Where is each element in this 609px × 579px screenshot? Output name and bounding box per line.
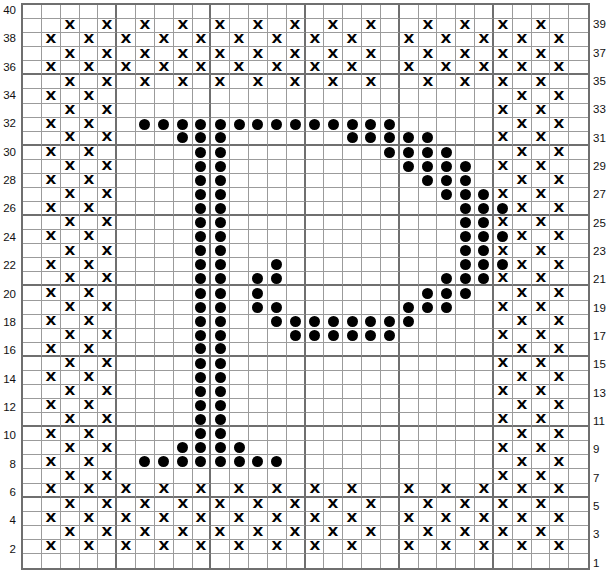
x-stitch-symbol: X bbox=[271, 512, 282, 525]
grid-cell bbox=[61, 455, 80, 469]
grid-cell: X bbox=[61, 301, 80, 315]
grid-cell bbox=[362, 202, 381, 216]
grid-cell bbox=[23, 385, 42, 399]
dot-stitch-symbol bbox=[215, 302, 226, 313]
x-stitch-symbol: X bbox=[101, 160, 112, 173]
grid-cell bbox=[287, 357, 306, 371]
grid-cell bbox=[475, 146, 494, 160]
grid-cell bbox=[174, 399, 193, 413]
dot-stitch-symbol bbox=[195, 161, 206, 172]
x-stitch-symbol: X bbox=[497, 385, 508, 398]
row-label-right: 9 bbox=[591, 442, 609, 456]
grid-cell bbox=[513, 244, 532, 258]
x-stitch-symbol: X bbox=[64, 413, 75, 425]
grid-cell bbox=[155, 498, 174, 512]
grid-cell: X bbox=[550, 484, 569, 498]
grid-cell bbox=[550, 385, 569, 399]
x-stitch-symbol: X bbox=[140, 76, 151, 89]
grid-cell bbox=[362, 33, 381, 47]
dot-stitch-symbol bbox=[422, 147, 433, 158]
grid-cell bbox=[513, 554, 532, 568]
x-stitch-symbol: X bbox=[101, 442, 112, 455]
x-stitch-symbol: X bbox=[554, 61, 565, 73]
grid-cell: X bbox=[475, 540, 494, 554]
grid-cell bbox=[23, 33, 42, 47]
grid-cell bbox=[569, 399, 588, 413]
grid-cell bbox=[23, 469, 42, 483]
grid-cell bbox=[211, 216, 230, 230]
x-stitch-symbol: X bbox=[101, 132, 112, 144]
grid-cell bbox=[419, 258, 438, 272]
grid-cell bbox=[193, 258, 212, 272]
grid-cell bbox=[193, 104, 212, 118]
grid-cell bbox=[249, 427, 268, 441]
grid-cell: X bbox=[550, 315, 569, 329]
grid-cell: X bbox=[550, 230, 569, 244]
grid-cell bbox=[456, 441, 475, 455]
grid-cell bbox=[61, 427, 80, 441]
grid-cell bbox=[98, 315, 117, 329]
x-stitch-symbol: X bbox=[64, 272, 75, 284]
grid-cell bbox=[437, 343, 456, 357]
x-stitch-symbol: X bbox=[516, 315, 527, 328]
x-stitch-symbol: X bbox=[554, 512, 565, 525]
dot-stitch-symbol bbox=[195, 189, 206, 200]
grid-cell bbox=[155, 89, 174, 103]
grid-cell: X bbox=[400, 33, 419, 47]
grid-cell bbox=[381, 33, 400, 47]
grid-cell: X bbox=[513, 427, 532, 441]
grid-cell bbox=[569, 202, 588, 216]
grid-cell bbox=[136, 469, 155, 483]
grid-cell bbox=[569, 385, 588, 399]
grid-cell bbox=[42, 469, 61, 483]
grid-cell bbox=[456, 160, 475, 174]
grid-cell bbox=[324, 258, 343, 272]
grid-cell: X bbox=[306, 484, 325, 498]
x-stitch-symbol: X bbox=[83, 118, 94, 131]
grid-cell bbox=[324, 441, 343, 455]
grid-cell: X bbox=[42, 202, 61, 216]
grid-cell: X bbox=[211, 75, 230, 89]
x-stitch-symbol: X bbox=[554, 540, 565, 553]
grid-cell bbox=[381, 329, 400, 343]
dot-stitch-symbol bbox=[215, 358, 226, 369]
grid-cell bbox=[23, 132, 42, 146]
grid-cell: X bbox=[268, 484, 287, 498]
grid-cell: X bbox=[98, 526, 117, 540]
row-label-left: 36 bbox=[0, 60, 18, 74]
grid-cell bbox=[23, 371, 42, 385]
grid-cell bbox=[268, 343, 287, 357]
dot-stitch-symbol bbox=[497, 231, 508, 242]
grid-cell bbox=[494, 484, 513, 498]
grid-cell bbox=[42, 554, 61, 568]
x-stitch-symbol: X bbox=[83, 540, 94, 553]
grid-cell bbox=[362, 216, 381, 230]
grid-cell bbox=[494, 5, 513, 19]
grid-cell: X bbox=[42, 371, 61, 385]
grid-cell bbox=[456, 5, 475, 19]
grid-cell bbox=[343, 286, 362, 300]
grid-cell bbox=[437, 118, 456, 132]
grid-cell: X bbox=[61, 413, 80, 427]
grid-cell bbox=[42, 357, 61, 371]
x-stitch-symbol: X bbox=[45, 484, 56, 496]
grid-cell bbox=[381, 160, 400, 174]
grid-cell: X bbox=[324, 47, 343, 61]
grid-cell bbox=[456, 371, 475, 385]
grid-cell bbox=[268, 5, 287, 19]
grid-cell: X bbox=[400, 61, 419, 75]
x-stitch-symbol: X bbox=[290, 48, 301, 61]
grid-cell bbox=[475, 258, 494, 272]
grid-cell bbox=[117, 230, 136, 244]
grid-cell bbox=[494, 540, 513, 554]
row-label-right: 21 bbox=[591, 272, 609, 286]
grid-cell bbox=[475, 174, 494, 188]
grid-cell bbox=[98, 61, 117, 75]
x-stitch-symbol: X bbox=[516, 174, 527, 187]
grid-cell: X bbox=[494, 160, 513, 174]
grid-cell bbox=[136, 385, 155, 399]
grid-cell bbox=[230, 469, 249, 483]
grid-cell bbox=[400, 357, 419, 371]
grid-cell bbox=[211, 286, 230, 300]
grid-cell bbox=[569, 315, 588, 329]
grid-cell: X bbox=[513, 61, 532, 75]
dot-stitch-symbol bbox=[384, 119, 395, 130]
grid-cell: X bbox=[550, 371, 569, 385]
grid-cell: X bbox=[550, 427, 569, 441]
grid-cell bbox=[569, 512, 588, 526]
grid-cell bbox=[400, 118, 419, 132]
x-stitch-symbol: X bbox=[460, 48, 471, 61]
grid-cell bbox=[456, 554, 475, 568]
grid-cell: X bbox=[513, 286, 532, 300]
x-stitch-symbol: X bbox=[535, 329, 546, 342]
grid-cell bbox=[569, 47, 588, 61]
grid-cell: X bbox=[494, 385, 513, 399]
dot-stitch-symbol bbox=[271, 302, 282, 313]
dot-stitch-symbol bbox=[195, 119, 206, 130]
grid-cell bbox=[400, 498, 419, 512]
grid-cell bbox=[343, 315, 362, 329]
dot-stitch-symbol bbox=[365, 119, 376, 130]
grid-cell bbox=[174, 455, 193, 469]
grid-cell bbox=[381, 498, 400, 512]
dot-stitch-symbol bbox=[139, 456, 150, 467]
grid-cell bbox=[211, 427, 230, 441]
grid-cell: X bbox=[437, 33, 456, 47]
grid-cell: X bbox=[494, 469, 513, 483]
dot-stitch-symbol bbox=[422, 302, 433, 313]
grid-cell bbox=[381, 371, 400, 385]
grid-cell: X bbox=[249, 19, 268, 33]
grid-cell bbox=[287, 329, 306, 343]
grid-cell bbox=[98, 540, 117, 554]
grid-cell bbox=[324, 329, 343, 343]
x-stitch-symbol: X bbox=[478, 33, 489, 46]
x-stitch-symbol: X bbox=[516, 118, 527, 131]
grid-cell bbox=[42, 301, 61, 315]
grid-cell bbox=[381, 146, 400, 160]
grid-cell bbox=[80, 19, 99, 33]
x-stitch-symbol: X bbox=[45, 315, 56, 328]
grid-cell bbox=[437, 371, 456, 385]
grid-cell bbox=[569, 343, 588, 357]
x-stitch-symbol: X bbox=[535, 357, 546, 370]
grid-cell: X bbox=[98, 132, 117, 146]
grid-cell bbox=[42, 526, 61, 540]
grid-cell bbox=[419, 61, 438, 75]
grid-cell bbox=[362, 5, 381, 19]
grid-cell bbox=[324, 272, 343, 286]
grid-cell bbox=[230, 104, 249, 118]
grid-cell: X bbox=[287, 47, 306, 61]
grid-cell bbox=[136, 484, 155, 498]
grid-cell bbox=[494, 118, 513, 132]
grid-cell: X bbox=[306, 512, 325, 526]
dot-stitch-symbol bbox=[478, 203, 489, 214]
dot-stitch-symbol bbox=[478, 245, 489, 256]
grid-cell bbox=[419, 455, 438, 469]
grid-cell bbox=[419, 357, 438, 371]
grid-cell: X bbox=[193, 33, 212, 47]
x-stitch-symbol: X bbox=[121, 512, 132, 525]
grid-cell bbox=[117, 258, 136, 272]
grid-cell bbox=[437, 526, 456, 540]
grid-cell bbox=[80, 469, 99, 483]
grid-cell bbox=[174, 413, 193, 427]
dot-stitch-symbol bbox=[347, 132, 358, 143]
grid-cell bbox=[193, 146, 212, 160]
grid-cell bbox=[381, 399, 400, 413]
grid-cell bbox=[419, 301, 438, 315]
x-stitch-symbol: X bbox=[535, 104, 546, 117]
grid-cell bbox=[23, 272, 42, 286]
grid-cell bbox=[306, 272, 325, 286]
x-stitch-symbol: X bbox=[441, 512, 452, 525]
grid-cell: X bbox=[324, 19, 343, 33]
grid-cell bbox=[268, 385, 287, 399]
x-stitch-symbol: X bbox=[497, 132, 508, 144]
grid-cell bbox=[136, 540, 155, 554]
dot-stitch-symbol bbox=[384, 330, 395, 341]
grid-cell bbox=[174, 216, 193, 230]
grid-cell bbox=[61, 146, 80, 160]
x-stitch-symbol: X bbox=[309, 512, 320, 525]
grid-cell bbox=[268, 216, 287, 230]
grid-cell bbox=[42, 413, 61, 427]
grid-cell: X bbox=[61, 132, 80, 146]
x-stitch-symbol: X bbox=[64, 498, 75, 511]
dot-stitch-symbol bbox=[403, 161, 414, 172]
x-stitch-symbol: X bbox=[309, 540, 320, 553]
grid-cell: X bbox=[174, 19, 193, 33]
grid-cell bbox=[155, 104, 174, 118]
grid-cell bbox=[117, 286, 136, 300]
x-stitch-symbol: X bbox=[347, 61, 358, 73]
grid-cell bbox=[268, 329, 287, 343]
grid-cell bbox=[324, 61, 343, 75]
grid-cell: X bbox=[61, 385, 80, 399]
grid-cell bbox=[381, 441, 400, 455]
grid-cell: X bbox=[98, 329, 117, 343]
grid-cell bbox=[400, 385, 419, 399]
grid-cell bbox=[155, 5, 174, 19]
x-stitch-symbol: X bbox=[422, 498, 433, 511]
grid-cell bbox=[400, 258, 419, 272]
grid-cell bbox=[230, 174, 249, 188]
grid-cell bbox=[98, 5, 117, 19]
dot-stitch-symbol bbox=[384, 147, 395, 158]
grid-cell bbox=[400, 216, 419, 230]
grid-cell bbox=[437, 455, 456, 469]
grid-cell bbox=[532, 371, 551, 385]
grid-cell bbox=[343, 146, 362, 160]
grid-cell bbox=[550, 160, 569, 174]
x-stitch-symbol: X bbox=[64, 357, 75, 370]
grid-cell bbox=[400, 286, 419, 300]
grid-cell bbox=[494, 399, 513, 413]
grid-cell: X bbox=[98, 441, 117, 455]
dot-stitch-symbol bbox=[195, 302, 206, 313]
dot-stitch-symbol bbox=[215, 175, 226, 186]
x-stitch-symbol: X bbox=[535, 216, 546, 229]
grid-cell bbox=[437, 413, 456, 427]
row-label-right: 1 bbox=[591, 556, 609, 570]
grid-cell: X bbox=[136, 47, 155, 61]
grid-cell bbox=[211, 5, 230, 19]
dot-stitch-symbol bbox=[252, 273, 263, 284]
x-stitch-symbol: X bbox=[441, 540, 452, 553]
grid-cell bbox=[381, 343, 400, 357]
grid-cell bbox=[211, 272, 230, 286]
grid-cell: X bbox=[550, 33, 569, 47]
dot-stitch-symbol bbox=[271, 316, 282, 327]
dot-stitch-symbol bbox=[158, 456, 169, 467]
grid-cell bbox=[437, 19, 456, 33]
x-stitch-symbol: X bbox=[422, 526, 433, 539]
dot-stitch-symbol bbox=[422, 161, 433, 172]
dot-stitch-symbol bbox=[195, 273, 206, 284]
x-stitch-symbol: X bbox=[83, 90, 94, 103]
grid-cell: X bbox=[42, 455, 61, 469]
x-stitch-symbol: X bbox=[253, 526, 264, 539]
grid-cell bbox=[513, 526, 532, 540]
x-stitch-symbol: X bbox=[158, 61, 169, 73]
grid-cell bbox=[117, 469, 136, 483]
grid-cell bbox=[117, 89, 136, 103]
dot-stitch-symbol bbox=[139, 119, 150, 130]
grid-cell: X bbox=[494, 498, 513, 512]
dot-stitch-symbol bbox=[497, 259, 508, 270]
x-stitch-symbol: X bbox=[83, 174, 94, 187]
grid-cell bbox=[343, 160, 362, 174]
dot-stitch-symbol bbox=[309, 330, 320, 341]
grid-cell bbox=[268, 160, 287, 174]
grid-cell bbox=[193, 399, 212, 413]
grid-cell bbox=[155, 160, 174, 174]
grid-cell bbox=[362, 258, 381, 272]
grid-cell bbox=[287, 484, 306, 498]
grid-cell bbox=[343, 132, 362, 146]
grid-cell bbox=[287, 89, 306, 103]
dot-stitch-symbol bbox=[215, 456, 226, 467]
x-stitch-symbol: X bbox=[554, 399, 565, 412]
grid-cell bbox=[569, 75, 588, 89]
grid-cell bbox=[343, 329, 362, 343]
dot-stitch-symbol bbox=[215, 132, 226, 143]
x-stitch-symbol: X bbox=[64, 245, 75, 258]
x-stitch-symbol: X bbox=[497, 301, 508, 314]
grid-cell: X bbox=[287, 19, 306, 33]
dot-stitch-symbol bbox=[195, 456, 206, 467]
dot-stitch-symbol bbox=[215, 400, 226, 411]
grid-cell bbox=[306, 455, 325, 469]
grid-cell bbox=[419, 315, 438, 329]
row-label-right: 17 bbox=[591, 329, 609, 343]
grid-cell bbox=[400, 399, 419, 413]
x-stitch-symbol: X bbox=[140, 526, 151, 539]
grid-cell bbox=[381, 244, 400, 258]
grid-cell: X bbox=[98, 357, 117, 371]
grid-cell bbox=[400, 89, 419, 103]
grid-cell: X bbox=[98, 498, 117, 512]
grid-cell: X bbox=[155, 484, 174, 498]
x-stitch-symbol: X bbox=[441, 61, 452, 73]
x-stitch-symbol: X bbox=[535, 272, 546, 284]
grid-cell bbox=[174, 272, 193, 286]
x-stitch-symbol: X bbox=[347, 512, 358, 525]
dot-stitch-symbol bbox=[215, 442, 226, 453]
grid-cell bbox=[494, 146, 513, 160]
x-stitch-symbol: X bbox=[516, 343, 527, 355]
x-stitch-symbol: X bbox=[64, 526, 75, 539]
grid-cell bbox=[249, 202, 268, 216]
grid-cell bbox=[343, 174, 362, 188]
grid-cell bbox=[400, 202, 419, 216]
grid-cell bbox=[494, 89, 513, 103]
row-label-left: 22 bbox=[0, 258, 18, 272]
grid-cell bbox=[362, 469, 381, 483]
grid-cell bbox=[193, 230, 212, 244]
grid-cell bbox=[381, 61, 400, 75]
grid-cell bbox=[343, 385, 362, 399]
grid-cell: X bbox=[494, 357, 513, 371]
grid-cell bbox=[475, 5, 494, 19]
grid-cell bbox=[381, 230, 400, 244]
grid-cell bbox=[381, 174, 400, 188]
grid-cell bbox=[80, 554, 99, 568]
row-label-left: 32 bbox=[0, 116, 18, 130]
grid-cell bbox=[117, 19, 136, 33]
grid-cell: X bbox=[494, 441, 513, 455]
x-stitch-symbol: X bbox=[121, 540, 132, 553]
grid-cell bbox=[513, 19, 532, 33]
grid-cell bbox=[475, 230, 494, 244]
grid-cell bbox=[230, 47, 249, 61]
grid-cell bbox=[324, 554, 343, 568]
grid-cell: X bbox=[98, 160, 117, 174]
x-stitch-symbol: X bbox=[121, 61, 132, 73]
grid-cell bbox=[230, 216, 249, 230]
grid-cell: X bbox=[532, 301, 551, 315]
grid-cell bbox=[456, 512, 475, 526]
grid-cell bbox=[306, 89, 325, 103]
x-stitch-symbol: X bbox=[460, 526, 471, 539]
